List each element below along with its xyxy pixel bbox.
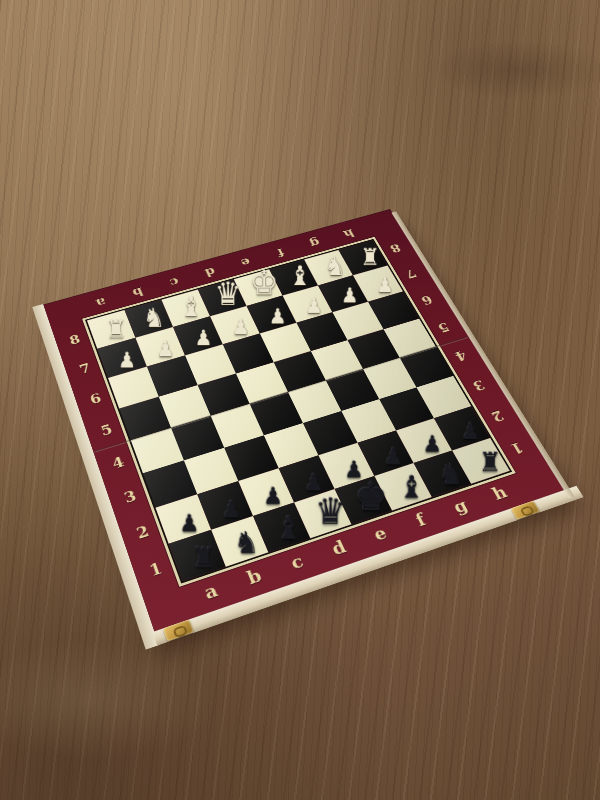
piece-white-pawn-g7[interactable]: ♟ [341, 285, 358, 306]
piece-white-pawn-f7[interactable]: ♟ [305, 296, 322, 317]
piece-black-king-e1[interactable]: ♚ [355, 477, 388, 516]
wood-grain-light-patch [0, 640, 220, 760]
piece-black-pawn-a2[interactable]: ♟ [179, 512, 199, 536]
piece-black-rook-h1[interactable]: ♜ [478, 449, 501, 476]
piece-black-rook-a1[interactable]: ♜ [192, 544, 216, 572]
piece-white-pawn-a7[interactable]: ♟ [118, 350, 136, 371]
piece-white-pawn-e7[interactable]: ♟ [269, 306, 287, 327]
piece-white-rook-h8[interactable]: ♜ [360, 246, 380, 270]
piece-white-pawn-h7[interactable]: ♟ [376, 275, 393, 295]
piece-black-bishop-f1[interactable]: ♝ [398, 471, 424, 502]
piece-black-pawn-c2[interactable]: ♟ [263, 484, 283, 507]
piece-black-pawn-f2[interactable]: ♟ [384, 445, 403, 468]
square-f4[interactable] [326, 369, 379, 411]
piece-white-knight-g8[interactable]: ♞ [324, 254, 345, 279]
piece-white-bishop-f8[interactable]: ♝ [288, 262, 311, 289]
piece-black-bishop-c1[interactable]: ♝ [275, 512, 302, 544]
piece-white-pawn-d7[interactable]: ♟ [232, 317, 250, 338]
piece-white-bishop-c8[interactable]: ♝ [179, 293, 202, 321]
piece-white-pawn-b7[interactable]: ♟ [156, 338, 174, 359]
wood-grain-dark-patch [430, 40, 600, 100]
piece-black-pawn-b2[interactable]: ♟ [222, 498, 242, 521]
square-e4[interactable] [288, 380, 341, 423]
piece-black-pawn-g2[interactable]: ♟ [423, 433, 442, 456]
piece-white-pawn-c7[interactable]: ♟ [194, 327, 212, 348]
piece-black-pawn-h2[interactable]: ♟ [461, 420, 480, 442]
square-d4[interactable] [250, 392, 303, 435]
piece-white-knight-b8[interactable]: ♞ [143, 305, 165, 331]
piece-white-rook-a8[interactable]: ♜ [105, 317, 126, 342]
piece-black-knight-g1[interactable]: ♞ [439, 460, 464, 489]
piece-black-queen-d1[interactable]: ♛ [315, 493, 346, 529]
piece-black-knight-b1[interactable]: ♞ [234, 528, 259, 558]
